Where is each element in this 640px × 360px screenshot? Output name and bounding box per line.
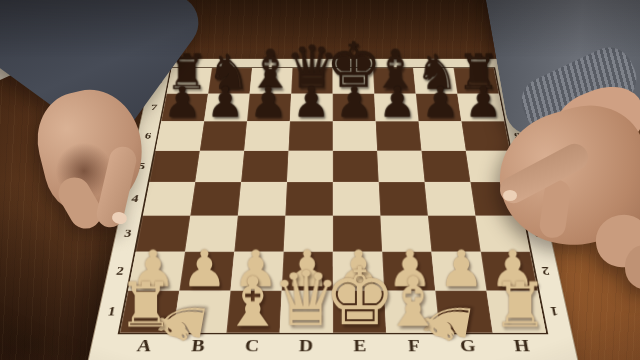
square-h5 <box>466 151 517 182</box>
square-g7: ♟ <box>416 94 462 121</box>
square-e6 <box>333 121 377 150</box>
right-curled-finger <box>591 210 640 272</box>
square-e5 <box>333 151 379 182</box>
square-b2: ♟ <box>179 252 234 291</box>
square-e8: ♚ <box>333 68 375 94</box>
file-label: A <box>113 333 173 360</box>
square-b8: ♞ <box>208 68 252 94</box>
board-frame: 8 7 6 5 4 3 2 1 ♜♞♝♛♚♝♞♜♟♟♟♟♟♟♟♟♟♟♟♟♟♟♟♟… <box>86 59 581 360</box>
square-h3 <box>475 216 530 252</box>
left-thumb <box>53 172 108 235</box>
square-g2: ♟ <box>431 252 486 291</box>
square-d5 <box>287 151 333 182</box>
square-b5 <box>195 151 244 182</box>
right-sleeve-cuff <box>514 40 640 141</box>
square-h2: ♟ <box>481 252 538 291</box>
square-d1: ♛ <box>280 291 333 333</box>
square-g6 <box>419 121 466 150</box>
square-c6 <box>244 121 290 150</box>
square-c4 <box>238 182 287 216</box>
square-c5 <box>241 151 288 182</box>
square-h8: ♜ <box>454 68 499 94</box>
square-f3 <box>380 216 431 252</box>
file-label: D <box>278 333 333 360</box>
square-a7: ♟ <box>161 94 208 121</box>
square-a1: ♜ <box>120 291 179 333</box>
square-f4 <box>379 182 428 216</box>
square-f5 <box>377 151 424 182</box>
background-wall-left <box>0 0 170 84</box>
square-f6 <box>376 121 422 150</box>
square-e7: ♟ <box>333 94 376 121</box>
squares-grid: ♜♞♝♛♚♝♞♜♟♟♟♟♟♟♟♟♟♟♟♟♟♟♟♟♜♞♝♛♚♝♞♜ <box>120 68 546 333</box>
square-e4 <box>333 182 381 216</box>
file-label: B <box>168 333 227 360</box>
square-a3 <box>136 216 191 252</box>
square-h1: ♜ <box>487 291 546 333</box>
square-d8: ♛ <box>291 68 333 94</box>
square-c7: ♟ <box>247 94 291 121</box>
square-g5 <box>421 151 470 182</box>
square-e3 <box>333 216 382 252</box>
square-f2: ♟ <box>382 252 435 291</box>
square-h6 <box>461 121 510 150</box>
square-g3 <box>428 216 481 252</box>
square-d3 <box>284 216 333 252</box>
chess-board: 8 7 6 5 4 3 2 1 ♜♞♝♛♚♝♞♜♟♟♟♟♟♟♟♟♟♟♟♟♟♟♟♟… <box>86 59 578 360</box>
rank-label: 7 <box>499 94 525 121</box>
square-f8: ♝ <box>373 68 416 94</box>
left-hand-curled-fingers-shadow <box>56 142 112 200</box>
square-a8: ♜ <box>167 68 212 94</box>
square-b7: ♟ <box>204 94 250 121</box>
square-a4 <box>143 182 195 216</box>
square-d4 <box>285 182 333 216</box>
square-d6 <box>288 121 332 150</box>
square-g8: ♞ <box>413 68 457 94</box>
rank-label: 8 <box>494 68 519 94</box>
right-wrist <box>547 76 640 165</box>
background-wall-right <box>597 0 640 44</box>
square-b4 <box>190 182 241 216</box>
square-e1: ♚ <box>333 291 386 333</box>
square-d2: ♟ <box>282 252 333 291</box>
file-label: G <box>440 333 499 360</box>
square-a2: ♟ <box>128 252 185 291</box>
file-labels-bottom: A B C D E F G H <box>113 333 553 360</box>
square-d7: ♟ <box>290 94 333 121</box>
square-h7: ♟ <box>457 94 504 121</box>
square-h4 <box>470 182 522 216</box>
file-label: F <box>386 333 443 360</box>
square-c2: ♟ <box>231 252 284 291</box>
square-g1: ♞ <box>435 291 492 333</box>
square-b3 <box>185 216 238 252</box>
file-label: E <box>333 333 388 360</box>
square-f1: ♝ <box>384 291 439 333</box>
file-label: H <box>493 333 553 360</box>
square-a5 <box>149 151 199 182</box>
square-b1: ♞ <box>173 291 230 333</box>
square-b6 <box>200 121 247 150</box>
square-f7: ♟ <box>374 94 418 121</box>
square-e2: ♟ <box>333 252 384 291</box>
rank-label: 6 <box>504 121 531 150</box>
video-frame: 8 7 6 5 4 3 2 1 ♜♞♝♛♚♝♞♜♟♟♟♟♟♟♟♟♟♟♟♟♟♟♟♟… <box>0 0 640 360</box>
square-a6 <box>155 121 204 150</box>
file-label: C <box>223 333 280 360</box>
square-c1: ♝ <box>226 291 281 333</box>
square-g4 <box>425 182 476 216</box>
square-c3 <box>234 216 285 252</box>
right-curled-finger <box>625 245 640 289</box>
square-c8: ♝ <box>250 68 293 94</box>
